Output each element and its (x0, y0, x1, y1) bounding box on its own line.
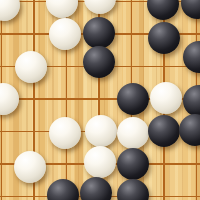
black-stone (179, 114, 200, 146)
black-stone (148, 115, 180, 147)
black-stone (181, 0, 200, 19)
black-stone (117, 179, 149, 200)
white-stone (46, 0, 78, 18)
white-stone (49, 117, 81, 149)
black-stone (117, 148, 149, 180)
black-stone (47, 179, 79, 200)
white-stone (49, 18, 81, 50)
white-stone (84, 146, 116, 178)
white-stone (0, 0, 20, 21)
black-stone (117, 83, 149, 115)
black-stone (83, 17, 115, 49)
black-stone (80, 177, 112, 200)
white-stone (117, 117, 149, 149)
white-stone (84, 0, 116, 14)
white-stone (85, 115, 117, 147)
white-stone (0, 83, 19, 115)
white-stone (15, 51, 47, 83)
white-stone (150, 82, 182, 114)
black-stone (183, 85, 200, 117)
black-stone (83, 46, 115, 78)
white-stone (14, 151, 46, 183)
black-stone (183, 41, 200, 73)
black-stone (147, 0, 179, 20)
black-stone (148, 22, 180, 54)
go-board[interactable] (0, 0, 200, 200)
